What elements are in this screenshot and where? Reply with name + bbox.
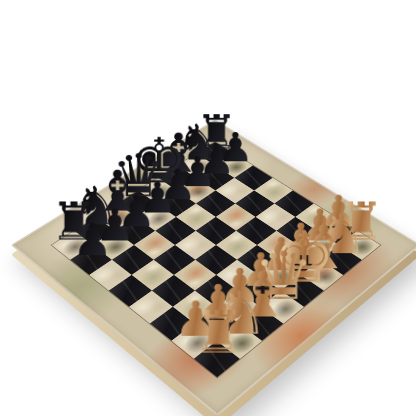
chess-piece-glyph: ♟ <box>31 218 153 263</box>
chess-board: ♜♞♝♛♚♝♞♜♟♟♟♟♟♟♟♟♟♟♟♟♟♟♟♟♜♞♝♛♚♝♞♜ <box>11 120 416 416</box>
chess-set-photo: ♜♞♝♛♚♝♞♜♟♟♟♟♟♟♟♟♟♟♟♟♟♟♟♟♜♞♝♛♚♝♞♜ <box>0 0 416 416</box>
square-a1: ♜ <box>194 341 240 377</box>
chess-piece-glyph: ♜ <box>151 303 286 361</box>
board-border: ♜♞♝♛♚♝♞♜♟♟♟♟♟♟♟♟♟♟♟♟♟♟♟♟♜♞♝♛♚♝♞♜ <box>11 120 416 416</box>
square-a7: ♟ <box>70 245 112 275</box>
playing-grid: ♜♞♝♛♚♝♞♜♟♟♟♟♟♟♟♟♟♟♟♟♟♟♟♟♜♞♝♛♚♝♞♜ <box>52 142 380 377</box>
